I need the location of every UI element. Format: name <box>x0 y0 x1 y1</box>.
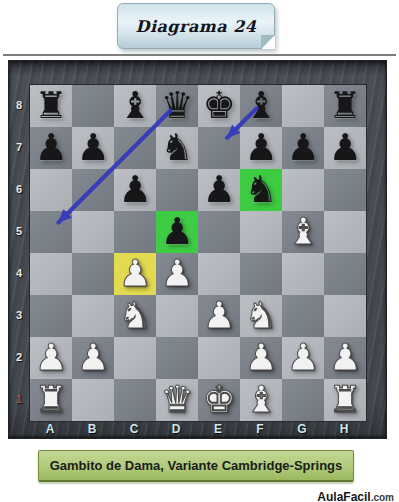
square-e7 <box>198 127 240 169</box>
square-f6: ♞ <box>240 169 282 211</box>
rank-labels: 87654321 <box>9 84 29 420</box>
brand-name: AulaFacil <box>317 490 370 502</box>
diagram-title-banner: Diagrama 24 <box>117 3 275 49</box>
black-pawn-g7: ♟ <box>282 127 324 169</box>
square-a6 <box>30 169 72 211</box>
square-a1: ♜ <box>30 379 72 421</box>
white-pawn-g2: ♟ <box>282 337 324 379</box>
white-knight-f3: ♞ <box>240 295 282 337</box>
square-b4 <box>72 253 114 295</box>
white-rook-h1: ♜ <box>324 379 366 421</box>
square-c2 <box>114 337 156 379</box>
square-d8: ♛ <box>156 85 198 127</box>
rank-label-4: 4 <box>9 252 29 294</box>
black-pawn-d5: ♟ <box>156 211 198 253</box>
white-pawn-d4: ♟ <box>156 253 198 295</box>
square-d2 <box>156 337 198 379</box>
file-label-d: D <box>155 420 197 438</box>
square-c1 <box>114 379 156 421</box>
square-d4: ♟ <box>156 253 198 295</box>
square-a7: ♟ <box>30 127 72 169</box>
square-e6: ♟ <box>198 169 240 211</box>
black-pawn-b7: ♟ <box>72 127 114 169</box>
black-rook-a8: ♜ <box>30 85 72 127</box>
square-g8 <box>282 85 324 127</box>
black-knight-d7: ♞ <box>156 127 198 169</box>
square-a2: ♟ <box>30 337 72 379</box>
square-b8 <box>72 85 114 127</box>
square-e2 <box>198 337 240 379</box>
square-b2: ♟ <box>72 337 114 379</box>
square-c7 <box>114 127 156 169</box>
square-f2: ♟ <box>240 337 282 379</box>
square-h1: ♜ <box>324 379 366 421</box>
rank-label-5: 5 <box>9 210 29 252</box>
white-bishop-f1: ♝ <box>240 379 282 421</box>
square-h8: ♜ <box>324 85 366 127</box>
banner-fold-icon <box>261 35 275 49</box>
black-bishop-c8: ♝ <box>114 85 156 127</box>
square-b3 <box>72 295 114 337</box>
square-h6 <box>324 169 366 211</box>
file-label-a: A <box>29 420 71 438</box>
rank-label-1: 1 <box>9 378 29 420</box>
square-e5 <box>198 211 240 253</box>
file-labels: ABCDEFGH <box>29 420 365 438</box>
brand-suffix: .com <box>371 492 394 502</box>
white-pawn-h2: ♟ <box>324 337 366 379</box>
white-pawn-b2: ♟ <box>72 337 114 379</box>
square-g4 <box>282 253 324 295</box>
square-f4 <box>240 253 282 295</box>
square-f1: ♝ <box>240 379 282 421</box>
square-b5 <box>72 211 114 253</box>
white-pawn-c4: ♟ <box>114 253 156 295</box>
square-d5: ♟ <box>156 211 198 253</box>
black-rook-h8: ♜ <box>324 85 366 127</box>
rank-label-3: 3 <box>9 294 29 336</box>
square-f8: ♝ <box>240 85 282 127</box>
white-king-e1: ♚ <box>198 379 240 421</box>
white-pawn-f2: ♟ <box>240 337 282 379</box>
square-h4 <box>324 253 366 295</box>
square-f7: ♟ <box>240 127 282 169</box>
square-g7: ♟ <box>282 127 324 169</box>
square-b7: ♟ <box>72 127 114 169</box>
black-king-e8: ♚ <box>198 85 240 127</box>
square-a8: ♜ <box>30 85 72 127</box>
square-b1 <box>72 379 114 421</box>
square-f3: ♞ <box>240 295 282 337</box>
square-a5 <box>30 211 72 253</box>
square-d7: ♞ <box>156 127 198 169</box>
header-divider <box>3 54 396 56</box>
square-h3 <box>324 295 366 337</box>
square-d3 <box>156 295 198 337</box>
rank-label-2: 2 <box>9 336 29 378</box>
square-g1 <box>282 379 324 421</box>
black-knight-f6: ♞ <box>240 169 282 211</box>
white-pawn-e3: ♟ <box>198 295 240 337</box>
square-h2: ♟ <box>324 337 366 379</box>
black-pawn-f7: ♟ <box>240 127 282 169</box>
white-pawn-a2: ♟ <box>30 337 72 379</box>
square-h5 <box>324 211 366 253</box>
square-c6: ♟ <box>114 169 156 211</box>
square-e3: ♟ <box>198 295 240 337</box>
rank-label-6: 6 <box>9 168 29 210</box>
square-b6 <box>72 169 114 211</box>
black-bishop-f8: ♝ <box>240 85 282 127</box>
black-queen-d8: ♛ <box>156 85 198 127</box>
board: ♜♝♛♚♝♜♟♟♞♟♟♟♟♟♞♟♝♟♟♞♟♞♟♟♟♟♟♜♛♚♝♜ <box>29 84 367 422</box>
caption-box: Gambito de Dama, Variante Cambridge-Spri… <box>38 450 354 482</box>
file-label-e: E <box>197 420 239 438</box>
square-c3: ♞ <box>114 295 156 337</box>
caption-text: Gambito de Dama, Variante Cambridge-Spri… <box>50 458 343 473</box>
file-label-f: F <box>239 420 281 438</box>
square-e4 <box>198 253 240 295</box>
square-f5 <box>240 211 282 253</box>
chess-board-frame: 87654321 ♜♝♛♚♝♜♟♟♞♟♟♟♟♟♞♟♝♟♟♞♟♞♟♟♟♟♟♜♛♚♝… <box>8 60 387 439</box>
rank-label-7: 7 <box>9 126 29 168</box>
file-label-g: G <box>281 420 323 438</box>
black-pawn-c6: ♟ <box>114 169 156 211</box>
square-g2: ♟ <box>282 337 324 379</box>
white-rook-a1: ♜ <box>30 379 72 421</box>
square-a4 <box>30 253 72 295</box>
black-pawn-a7: ♟ <box>30 127 72 169</box>
square-d6 <box>156 169 198 211</box>
file-label-c: C <box>113 420 155 438</box>
file-label-h: H <box>323 420 365 438</box>
rank-label-8: 8 <box>9 84 29 126</box>
diagram-title: Diagrama 24 <box>136 17 257 36</box>
square-d1: ♛ <box>156 379 198 421</box>
square-c4: ♟ <box>114 253 156 295</box>
square-c5 <box>114 211 156 253</box>
white-bishop-g5: ♝ <box>282 211 324 253</box>
square-g6 <box>282 169 324 211</box>
square-g5: ♝ <box>282 211 324 253</box>
square-g3 <box>282 295 324 337</box>
square-h7: ♟ <box>324 127 366 169</box>
black-pawn-h7: ♟ <box>324 127 366 169</box>
white-knight-c3: ♞ <box>114 295 156 337</box>
square-c8: ♝ <box>114 85 156 127</box>
site-brand: AulaFacil.com <box>317 487 394 502</box>
white-queen-d1: ♛ <box>156 379 198 421</box>
square-a3 <box>30 295 72 337</box>
square-e1: ♚ <box>198 379 240 421</box>
file-label-b: B <box>71 420 113 438</box>
black-pawn-e6: ♟ <box>198 169 240 211</box>
square-e8: ♚ <box>198 85 240 127</box>
